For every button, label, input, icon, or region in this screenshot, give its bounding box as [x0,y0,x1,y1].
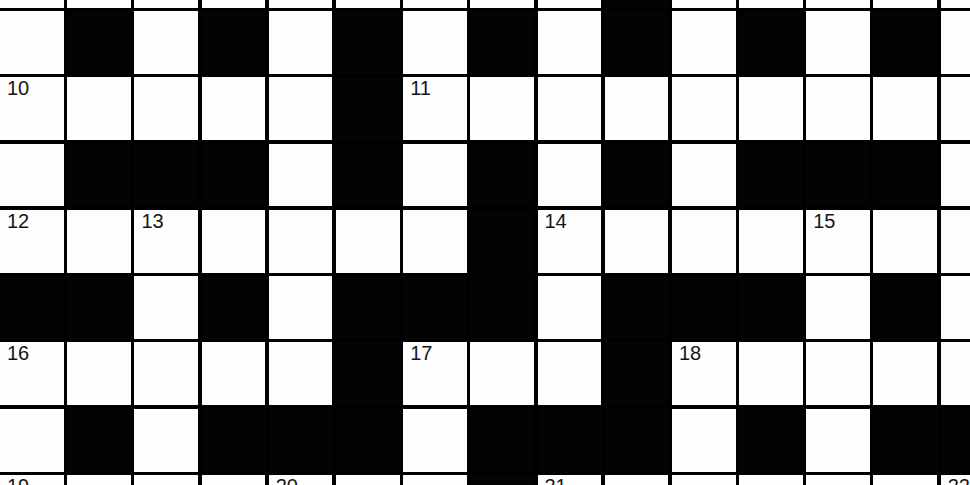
white-cell-r3c15[interactable] [941,77,970,140]
white-cell-r9c12[interactable] [739,475,803,485]
black-cell-r8c9 [538,409,602,472]
white-cell-r9c4[interactable] [202,475,266,485]
white-cell-r9c1[interactable]: 19 [0,475,64,485]
white-cell-r5c9[interactable]: 14 [538,210,602,273]
white-cell-r1c4[interactable] [202,0,266,8]
white-cell-r3c14[interactable] [873,77,937,140]
white-cell-r7c8[interactable] [470,342,534,405]
white-cell-r5c3[interactable]: 13 [134,210,198,273]
white-cell-r4c15[interactable] [941,144,970,207]
black-cell-r2c4 [202,11,266,74]
white-cell-r3c7[interactable]: 11 [403,77,467,140]
clue-number-22: 22 [948,475,970,485]
black-cell-r1c10 [605,0,669,8]
white-cell-r5c2[interactable] [67,210,131,273]
white-cell-r9c6[interactable] [336,475,400,485]
black-cell-r8c4 [202,409,266,472]
white-cell-r1c11[interactable] [672,0,736,8]
white-cell-r2c3[interactable] [134,11,198,74]
black-cell-r2c10 [605,11,669,74]
white-cell-r1c1[interactable] [0,0,64,8]
white-cell-r9c10[interactable] [605,475,669,485]
white-cell-r7c4[interactable] [202,342,266,405]
white-cell-r7c13[interactable] [806,342,870,405]
white-cell-r5c10[interactable] [605,210,669,273]
white-cell-r7c3[interactable] [134,342,198,405]
white-cell-r2c11[interactable] [672,11,736,74]
white-cell-r4c5[interactable] [269,144,333,207]
clue-number-15: 15 [813,210,835,233]
clue-number-21: 21 [545,475,567,485]
white-cell-r1c9[interactable] [538,0,602,8]
black-cell-r5c8 [470,210,534,273]
white-cell-r7c12[interactable] [739,342,803,405]
white-cell-r4c9[interactable] [538,144,602,207]
white-cell-r1c13[interactable] [806,0,870,8]
black-cell-r3c6 [336,77,400,140]
white-cell-r1c3[interactable] [134,0,198,8]
white-cell-r9c2[interactable] [67,475,131,485]
white-cell-r3c8[interactable] [470,77,534,140]
white-cell-r5c15[interactable] [941,210,970,273]
black-cell-r8c8 [470,409,534,472]
clue-number-10: 10 [7,77,29,100]
white-cell-r3c12[interactable] [739,77,803,140]
white-cell-r7c2[interactable] [67,342,131,405]
white-cell-r6c3[interactable] [134,276,198,339]
black-cell-r4c2 [67,144,131,207]
black-cell-r8c10 [605,409,669,472]
clue-number-18: 18 [679,342,701,365]
white-cell-r1c5[interactable] [269,0,333,8]
white-cell-r2c9[interactable] [538,11,602,74]
white-cell-r4c7[interactable] [403,144,467,207]
white-cell-r8c3[interactable] [134,409,198,472]
white-cell-r5c1[interactable]: 12 [0,210,64,273]
clue-number-16: 16 [7,342,29,365]
white-cell-r8c13[interactable] [806,409,870,472]
black-cell-r4c14 [873,144,937,207]
clue-number-19: 19 [7,475,29,485]
white-cell-r5c12[interactable] [739,210,803,273]
white-cell-r3c4[interactable] [202,77,266,140]
black-cell-r4c13 [806,144,870,207]
white-cell-r9c14[interactable] [873,475,937,485]
black-cell-r8c5 [269,409,333,472]
clue-number-11: 11 [410,77,431,100]
white-cell-r3c3[interactable] [134,77,198,140]
white-cell-r9c5[interactable]: 20 [269,475,333,485]
clue-number-14: 14 [545,210,567,233]
white-cell-r6c13[interactable] [806,276,870,339]
white-cell-r9c7[interactable] [403,475,467,485]
white-cell-r3c2[interactable] [67,77,131,140]
white-cell-r1c8[interactable] [470,0,534,8]
clue-number-13: 13 [141,210,163,233]
black-cell-r2c12 [739,11,803,74]
white-cell-r5c14[interactable] [873,210,937,273]
black-cell-r6c11 [672,276,736,339]
black-cell-r8c15 [941,409,970,472]
black-cell-r8c14 [873,409,937,472]
black-cell-r6c8 [470,276,534,339]
white-cell-r9c13[interactable] [806,475,870,485]
white-cell-r9c3[interactable] [134,475,198,485]
white-cell-r1c12[interactable] [739,0,803,8]
black-cell-r4c4 [202,144,266,207]
white-cell-r1c7[interactable] [403,0,467,8]
clue-number-17: 17 [410,342,432,365]
white-cell-r5c7[interactable] [403,210,467,273]
black-cell-r7c6 [336,342,400,405]
white-cell-r1c2[interactable] [67,0,131,8]
black-cell-r2c14 [873,11,937,74]
white-cell-r1c15[interactable] [941,0,970,8]
white-cell-r3c1[interactable]: 10 [0,77,64,140]
white-cell-r7c5[interactable] [269,342,333,405]
black-cell-r2c8 [470,11,534,74]
white-cell-r8c7[interactable] [403,409,467,472]
black-cell-r4c8 [470,144,534,207]
black-cell-r4c3 [134,144,198,207]
black-cell-r6c1 [0,276,64,339]
white-cell-r6c9[interactable] [538,276,602,339]
black-cell-r4c12 [739,144,803,207]
white-cell-r6c15[interactable] [941,276,970,339]
white-cell-r7c14[interactable] [873,342,937,405]
black-cell-r6c12 [739,276,803,339]
white-cell-r2c15[interactable] [941,11,970,74]
black-cell-r6c7 [403,276,467,339]
white-cell-r8c1[interactable] [0,409,64,472]
black-cell-r6c14 [873,276,937,339]
white-cell-r5c13[interactable]: 15 [806,210,870,273]
white-cell-r9c9[interactable]: 21 [538,475,602,485]
white-cell-r9c11[interactable] [672,475,736,485]
black-cell-r8c2 [67,409,131,472]
white-cell-r3c9[interactable] [538,77,602,140]
white-cell-r5c6[interactable] [336,210,400,273]
black-cell-r7c10 [605,342,669,405]
black-cell-r8c6 [336,409,400,472]
black-cell-r2c6 [336,11,400,74]
white-cell-r9c15[interactable]: 22 [941,475,970,485]
white-cell-r7c1[interactable]: 16 [0,342,64,405]
white-cell-r5c11[interactable] [672,210,736,273]
black-cell-r6c2 [67,276,131,339]
white-cell-r6c5[interactable] [269,276,333,339]
black-cell-r9c8 [470,475,534,485]
black-cell-r2c2 [67,11,131,74]
white-cell-r4c11[interactable] [672,144,736,207]
white-cell-r2c1[interactable] [0,11,64,74]
white-cell-r7c15[interactable] [941,342,970,405]
black-cell-r6c6 [336,276,400,339]
black-cell-r4c6 [336,144,400,207]
black-cell-r4c10 [605,144,669,207]
white-cell-r3c11[interactable] [672,77,736,140]
white-cell-r7c9[interactable] [538,342,602,405]
white-cell-r2c7[interactable] [403,11,467,74]
white-cell-r5c4[interactable] [202,210,266,273]
crossword-board-viewport: 10111213141516171819202122 [0,0,970,485]
white-cell-r3c13[interactable] [806,77,870,140]
white-cell-r5c5[interactable] [269,210,333,273]
white-cell-r1c6[interactable] [336,0,400,8]
white-cell-r8c11[interactable] [672,409,736,472]
black-cell-r6c10 [605,276,669,339]
white-cell-r7c11[interactable]: 18 [672,342,736,405]
white-cell-r2c5[interactable] [269,11,333,74]
clue-number-12: 12 [7,210,29,233]
white-cell-r1c14[interactable] [873,0,937,8]
white-cell-r2c13[interactable] [806,11,870,74]
white-cell-r4c1[interactable] [0,144,64,207]
white-cell-r3c5[interactable] [269,77,333,140]
crossword-grid: 10111213141516171819202122 [0,0,970,485]
black-cell-r8c12 [739,409,803,472]
white-cell-r3c10[interactable] [605,77,669,140]
white-cell-r7c7[interactable]: 17 [403,342,467,405]
clue-number-20: 20 [276,475,298,485]
black-cell-r6c4 [202,276,266,339]
